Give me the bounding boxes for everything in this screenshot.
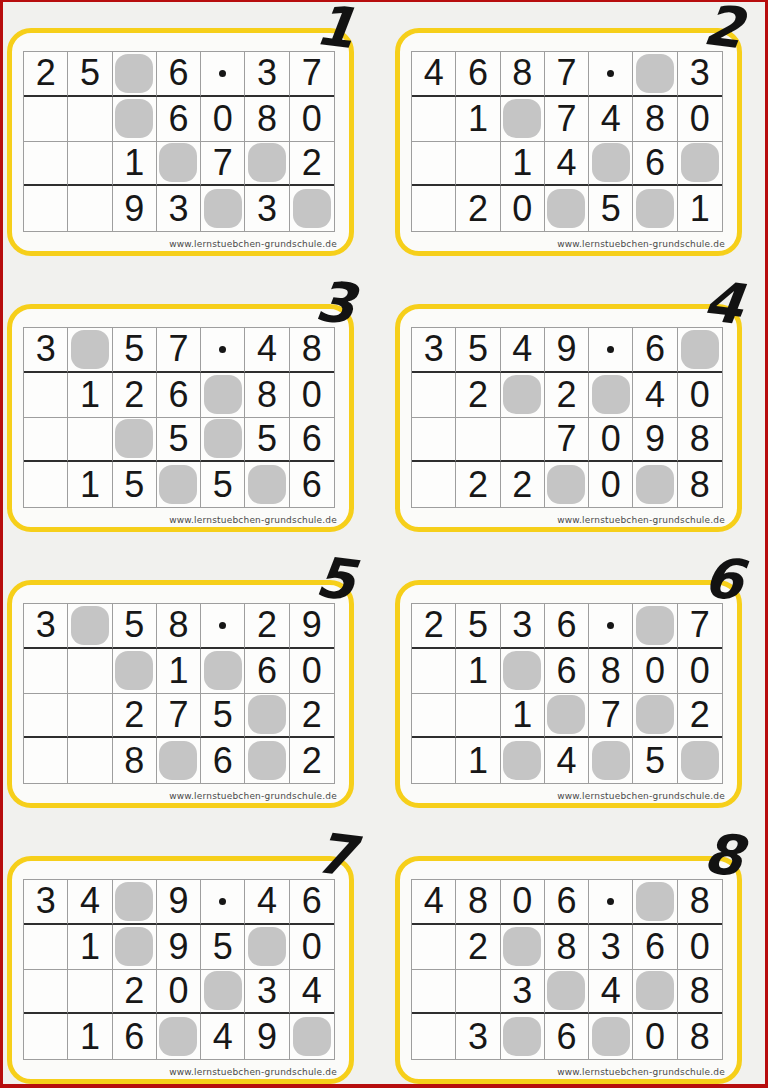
digit: 8 xyxy=(302,331,322,367)
digit: 2 xyxy=(556,377,576,413)
hidden-digit-cover xyxy=(503,651,541,690)
digit-cell: 4 xyxy=(290,970,334,1015)
digit-cell: 3 xyxy=(501,970,545,1015)
covered-cell xyxy=(245,694,289,739)
digit: 7 xyxy=(168,697,188,733)
digit-cell: 1 xyxy=(456,97,500,142)
empty-cell xyxy=(68,97,112,142)
digit-cell: 0 xyxy=(201,97,245,142)
digit: 2 xyxy=(36,55,56,91)
digit-cell: 7 xyxy=(545,418,589,463)
digit-cell: 6 xyxy=(290,418,334,463)
digit: 1 xyxy=(690,191,710,227)
digit-cell: 4 xyxy=(589,97,633,142)
empty-cell xyxy=(412,1014,456,1059)
digit-cell: 3 xyxy=(24,880,68,925)
multiplication-dot-icon xyxy=(607,898,614,905)
digit: 7 xyxy=(168,331,188,367)
digit: 5 xyxy=(213,697,233,733)
digit: 4 xyxy=(556,743,576,779)
hidden-digit-cover xyxy=(71,330,109,369)
digit-cell: 2 xyxy=(456,186,500,231)
digit: 0 xyxy=(690,377,710,413)
digit-cell: 3 xyxy=(501,604,545,649)
covered-cell xyxy=(589,373,633,418)
digit-cell: 1 xyxy=(68,462,112,507)
digit-cell: 2 xyxy=(113,373,157,418)
multiplication-dot-cell xyxy=(201,880,245,925)
multiplication-grid: 48068283603483608 xyxy=(411,879,723,1060)
digit-cell: 5 xyxy=(201,925,245,970)
multiplication-grid: 34946195020341649 xyxy=(23,879,335,1060)
watermark: www.lernstuebchen-grundschule.de xyxy=(169,515,337,525)
digit: 7 xyxy=(601,697,621,733)
digit: 5 xyxy=(468,607,488,643)
multiplication-dot-cell xyxy=(589,328,633,373)
card-number: 4 xyxy=(701,272,747,334)
empty-cell xyxy=(501,418,545,463)
covered-cell xyxy=(633,880,677,925)
covered-cell xyxy=(245,142,289,187)
digit-cell: 6 xyxy=(201,738,245,783)
digit: 6 xyxy=(556,653,576,689)
digit: 8 xyxy=(690,973,710,1009)
digit-cell: 5 xyxy=(201,462,245,507)
digit-cell: 2 xyxy=(290,142,334,187)
digit-cell: 7 xyxy=(545,52,589,97)
puzzle-card: 5 358291602752862 www.lernstuebchen-grun… xyxy=(7,580,354,808)
digit: 2 xyxy=(302,145,322,181)
empty-cell xyxy=(68,694,112,739)
digit-cell: 6 xyxy=(290,880,334,925)
digit-cell: 2 xyxy=(545,373,589,418)
hidden-digit-cover xyxy=(159,465,197,504)
covered-cell xyxy=(589,738,633,783)
digit: 1 xyxy=(80,467,100,503)
digit-cell: 1 xyxy=(456,649,500,694)
digit-cell: 4 xyxy=(501,328,545,373)
digit: 1 xyxy=(80,929,100,965)
digit: 8 xyxy=(690,467,710,503)
empty-cell xyxy=(24,418,68,463)
digit-cell: 0 xyxy=(290,649,334,694)
digit: 6 xyxy=(302,467,322,503)
empty-cell xyxy=(412,925,456,970)
digit: 4 xyxy=(424,883,444,919)
empty-cell xyxy=(456,142,500,187)
hidden-digit-cover xyxy=(248,695,286,734)
digit-cell: 1 xyxy=(157,649,201,694)
hidden-digit-cover xyxy=(547,465,585,504)
empty-cell xyxy=(412,649,456,694)
covered-cell xyxy=(545,694,589,739)
digit-cell: 3 xyxy=(412,328,456,373)
hidden-digit-cover xyxy=(115,882,153,921)
digit-cell: 1 xyxy=(501,694,545,739)
digit: 1 xyxy=(512,697,532,733)
card-number: 5 xyxy=(313,548,359,610)
multiplication-dot-cell xyxy=(589,604,633,649)
covered-cell xyxy=(501,925,545,970)
watermark: www.lernstuebchen-grundschule.de xyxy=(169,239,337,249)
digit-cell: 6 xyxy=(157,52,201,97)
hidden-digit-cover xyxy=(503,741,541,780)
digit: 2 xyxy=(512,467,532,503)
digit: 9 xyxy=(645,421,665,457)
empty-cell xyxy=(412,97,456,142)
covered-cell xyxy=(633,52,677,97)
multiplication-dot-cell xyxy=(201,328,245,373)
digit-cell: 0 xyxy=(678,373,722,418)
hidden-digit-cover xyxy=(636,189,674,228)
digit-cell: 2 xyxy=(456,925,500,970)
digit: 9 xyxy=(124,191,144,227)
hidden-digit-cover xyxy=(204,189,242,228)
digit: 6 xyxy=(302,421,322,457)
digit-cell: 7 xyxy=(678,604,722,649)
hidden-digit-cover xyxy=(159,741,197,780)
digit-cell: 9 xyxy=(157,925,201,970)
hidden-digit-cover xyxy=(636,882,674,921)
digit: 5 xyxy=(601,191,621,227)
digit: 5 xyxy=(168,421,188,457)
covered-cell xyxy=(589,1014,633,1059)
covered-cell xyxy=(113,52,157,97)
hidden-digit-cover xyxy=(592,375,630,414)
covered-cell xyxy=(678,738,722,783)
digit-cell: 3 xyxy=(589,925,633,970)
digit-cell: 9 xyxy=(290,604,334,649)
digit: 9 xyxy=(257,1019,277,1055)
digit-cell: 5 xyxy=(157,418,201,463)
digit: 6 xyxy=(168,101,188,137)
hidden-digit-cover xyxy=(248,741,286,780)
digit-cell: 4 xyxy=(633,373,677,418)
digit-cell: 7 xyxy=(545,97,589,142)
digit: 1 xyxy=(468,653,488,689)
digit: 0 xyxy=(690,653,710,689)
digit-cell: 3 xyxy=(245,52,289,97)
empty-cell xyxy=(24,97,68,142)
digit: 3 xyxy=(36,607,56,643)
covered-cell xyxy=(245,925,289,970)
empty-cell xyxy=(24,1014,68,1059)
digit: 4 xyxy=(80,883,100,919)
multiplication-grid: 35748126805561556 xyxy=(23,327,335,508)
digit-cell: 6 xyxy=(157,373,201,418)
empty-cell xyxy=(24,462,68,507)
digit-cell: 6 xyxy=(545,880,589,925)
empty-cell xyxy=(68,142,112,187)
hidden-digit-cover xyxy=(503,375,541,414)
digit-cell: 0 xyxy=(501,186,545,231)
covered-cell xyxy=(501,373,545,418)
empty-cell xyxy=(456,970,500,1015)
digit-cell: 6 xyxy=(290,462,334,507)
covered-cell xyxy=(633,694,677,739)
empty-cell xyxy=(412,970,456,1015)
digit-cell: 0 xyxy=(633,1014,677,1059)
covered-cell xyxy=(501,738,545,783)
empty-cell xyxy=(68,186,112,231)
digit: 3 xyxy=(512,973,532,1009)
digit: 3 xyxy=(257,55,277,91)
digit: 0 xyxy=(601,467,621,503)
digit: 6 xyxy=(213,743,233,779)
empty-cell xyxy=(68,649,112,694)
digit: 2 xyxy=(690,697,710,733)
digit: 2 xyxy=(302,743,322,779)
hidden-digit-cover xyxy=(547,695,585,734)
hidden-digit-cover xyxy=(248,143,286,182)
digit: 5 xyxy=(213,467,233,503)
empty-cell xyxy=(412,418,456,463)
digit: 3 xyxy=(36,331,56,367)
covered-cell xyxy=(633,604,677,649)
digit: 1 xyxy=(512,145,532,181)
digit-cell: 0 xyxy=(290,925,334,970)
digit-cell: 2 xyxy=(113,694,157,739)
digit: 0 xyxy=(512,191,532,227)
digit-cell: 2 xyxy=(678,694,722,739)
card-number: 6 xyxy=(701,548,747,610)
digit: 0 xyxy=(213,101,233,137)
digit-cell: 0 xyxy=(157,970,201,1015)
hidden-digit-cover xyxy=(293,189,331,228)
digit: 0 xyxy=(302,653,322,689)
puzzle-card: 4 35496224070982208 www.lernstuebchen-gr… xyxy=(395,304,742,532)
digit-cell: 8 xyxy=(245,97,289,142)
empty-cell xyxy=(24,970,68,1015)
empty-cell xyxy=(24,738,68,783)
empty-cell xyxy=(412,373,456,418)
digit-cell: 8 xyxy=(678,418,722,463)
digit-cell: 0 xyxy=(501,880,545,925)
watermark: www.lernstuebchen-grundschule.de xyxy=(169,791,337,801)
covered-cell xyxy=(633,970,677,1015)
hidden-digit-cover xyxy=(636,971,674,1010)
hidden-digit-cover xyxy=(115,419,153,458)
digit: 4 xyxy=(213,1019,233,1055)
digit: 6 xyxy=(556,607,576,643)
hidden-digit-cover xyxy=(636,465,674,504)
digit-cell: 4 xyxy=(545,142,589,187)
digit: 5 xyxy=(80,55,100,91)
multiplication-dot-cell xyxy=(201,52,245,97)
digit-cell: 5 xyxy=(113,462,157,507)
digit: 0 xyxy=(168,973,188,1009)
digit-cell: 1 xyxy=(68,1014,112,1059)
digit: 4 xyxy=(556,145,576,181)
multiplication-dot-icon xyxy=(607,622,614,629)
covered-cell xyxy=(201,373,245,418)
digit: 8 xyxy=(168,607,188,643)
digit: 0 xyxy=(512,883,532,919)
digit: 7 xyxy=(213,145,233,181)
hidden-digit-cover xyxy=(204,651,242,690)
hidden-digit-cover xyxy=(636,695,674,734)
card-number: 1 xyxy=(313,0,359,58)
hidden-digit-cover xyxy=(204,419,242,458)
multiplication-dot-icon xyxy=(607,346,614,353)
digit: 5 xyxy=(257,421,277,457)
digit: 0 xyxy=(601,421,621,457)
cards-grid: 1 256376080172933 www.lernstuebchen-grun… xyxy=(7,28,742,1084)
digit-cell: 8 xyxy=(290,328,334,373)
digit: 6 xyxy=(556,883,576,919)
digit: 3 xyxy=(601,929,621,965)
multiplication-dot-icon xyxy=(219,70,226,77)
empty-cell xyxy=(412,738,456,783)
digit-cell: 8 xyxy=(245,373,289,418)
digit: 5 xyxy=(468,331,488,367)
digit: 3 xyxy=(468,1019,488,1055)
digit: 8 xyxy=(690,421,710,457)
digit-cell: 1 xyxy=(456,738,500,783)
digit-cell: 9 xyxy=(157,880,201,925)
digit-cell: 8 xyxy=(456,880,500,925)
covered-cell xyxy=(678,328,722,373)
digit-cell: 3 xyxy=(157,186,201,231)
hidden-digit-cover xyxy=(248,927,286,966)
card-number: 8 xyxy=(701,824,747,886)
empty-cell xyxy=(412,694,456,739)
digit-cell: 5 xyxy=(201,694,245,739)
empty-cell xyxy=(456,694,500,739)
digit: 5 xyxy=(645,743,665,779)
digit: 2 xyxy=(468,377,488,413)
hidden-digit-cover xyxy=(115,99,153,138)
digit-cell: 6 xyxy=(545,1014,589,1059)
digit: 6 xyxy=(468,55,488,91)
puzzle-card: 2 46873174801462051 www.lernstuebchen-gr… xyxy=(395,28,742,256)
covered-cell xyxy=(290,1014,334,1059)
digit-cell: 8 xyxy=(678,462,722,507)
digit: 7 xyxy=(302,55,322,91)
digit: 6 xyxy=(556,1019,576,1055)
empty-cell xyxy=(24,649,68,694)
digit: 3 xyxy=(512,607,532,643)
digit-cell: 1 xyxy=(678,186,722,231)
digit-cell: 0 xyxy=(589,462,633,507)
digit: 1 xyxy=(80,377,100,413)
empty-cell xyxy=(412,142,456,187)
covered-cell xyxy=(201,649,245,694)
covered-cell xyxy=(113,97,157,142)
hidden-digit-cover xyxy=(204,971,242,1010)
digit-cell: 2 xyxy=(245,604,289,649)
digit: 9 xyxy=(302,607,322,643)
digit: 8 xyxy=(512,55,532,91)
digit: 4 xyxy=(601,973,621,1009)
digit-cell: 8 xyxy=(157,604,201,649)
hidden-digit-cover xyxy=(681,143,719,182)
digit-cell: 5 xyxy=(456,604,500,649)
digit-cell: 0 xyxy=(678,649,722,694)
digit-cell: 2 xyxy=(412,604,456,649)
digit-cell: 1 xyxy=(68,373,112,418)
digit: 0 xyxy=(645,653,665,689)
digit-cell: 0 xyxy=(678,925,722,970)
hidden-digit-cover xyxy=(547,971,585,1010)
digit-cell: 2 xyxy=(113,970,157,1015)
hidden-digit-cover xyxy=(636,54,674,93)
watermark: www.lernstuebchen-grundschule.de xyxy=(169,1067,337,1077)
digit: 3 xyxy=(690,55,710,91)
multiplication-dot-icon xyxy=(219,346,226,353)
multiplication-grid: 35496224070982208 xyxy=(411,327,723,508)
covered-cell xyxy=(201,970,245,1015)
digit: 5 xyxy=(124,467,144,503)
digit-cell: 2 xyxy=(290,694,334,739)
digit: 8 xyxy=(690,883,710,919)
digit: 6 xyxy=(645,331,665,367)
digit-cell: 8 xyxy=(589,649,633,694)
digit: 8 xyxy=(601,653,621,689)
digit-cell: 1 xyxy=(68,925,112,970)
card-number: 2 xyxy=(701,0,747,58)
puzzle-card: 3 35748126805561556 www.lernstuebchen-gr… xyxy=(7,304,354,532)
digit: 0 xyxy=(645,1019,665,1055)
empty-cell xyxy=(24,142,68,187)
card-number: 3 xyxy=(313,272,359,334)
puzzle-card: 7 34946195020341649 www.lernstuebchen-gr… xyxy=(7,856,354,1084)
digit: 6 xyxy=(257,653,277,689)
covered-cell xyxy=(678,142,722,187)
digit-cell: 5 xyxy=(113,604,157,649)
digit: 8 xyxy=(468,883,488,919)
covered-cell xyxy=(245,462,289,507)
digit: 9 xyxy=(168,883,188,919)
digit-cell: 2 xyxy=(501,462,545,507)
covered-cell xyxy=(501,1014,545,1059)
empty-cell xyxy=(24,925,68,970)
worksheet-page: 1 256376080172933 www.lernstuebchen-grun… xyxy=(0,0,768,1088)
digit: 0 xyxy=(690,929,710,965)
covered-cell xyxy=(501,649,545,694)
digit: 4 xyxy=(302,973,322,1009)
puzzle-card: 6 2536716800172145 www.lernstuebchen-gru… xyxy=(395,580,742,808)
digit-cell: 0 xyxy=(589,418,633,463)
hidden-digit-cover xyxy=(248,465,286,504)
digit-cell: 7 xyxy=(157,328,201,373)
digit-cell: 7 xyxy=(201,142,245,187)
multiplication-grid: 256376080172933 xyxy=(23,51,335,232)
digit-cell: 6 xyxy=(633,142,677,187)
digit-cell: 8 xyxy=(501,52,545,97)
digit: 7 xyxy=(556,421,576,457)
empty-cell xyxy=(24,373,68,418)
multiplication-grid: 2536716800172145 xyxy=(411,603,723,784)
covered-cell xyxy=(201,418,245,463)
digit: 2 xyxy=(257,607,277,643)
digit-cell: 5 xyxy=(245,418,289,463)
digit-cell: 8 xyxy=(678,1014,722,1059)
empty-cell xyxy=(24,694,68,739)
covered-cell xyxy=(113,649,157,694)
digit: 4 xyxy=(257,883,277,919)
hidden-digit-cover xyxy=(592,1017,630,1056)
digit-cell: 2 xyxy=(290,738,334,783)
digit: 2 xyxy=(468,467,488,503)
multiplication-dot-icon xyxy=(607,70,614,77)
hidden-digit-cover xyxy=(293,1017,331,1056)
digit-cell: 6 xyxy=(633,328,677,373)
multiplication-grid: 46873174801462051 xyxy=(411,51,723,232)
digit: 1 xyxy=(124,145,144,181)
digit-cell: 0 xyxy=(290,373,334,418)
digit: 2 xyxy=(124,377,144,413)
